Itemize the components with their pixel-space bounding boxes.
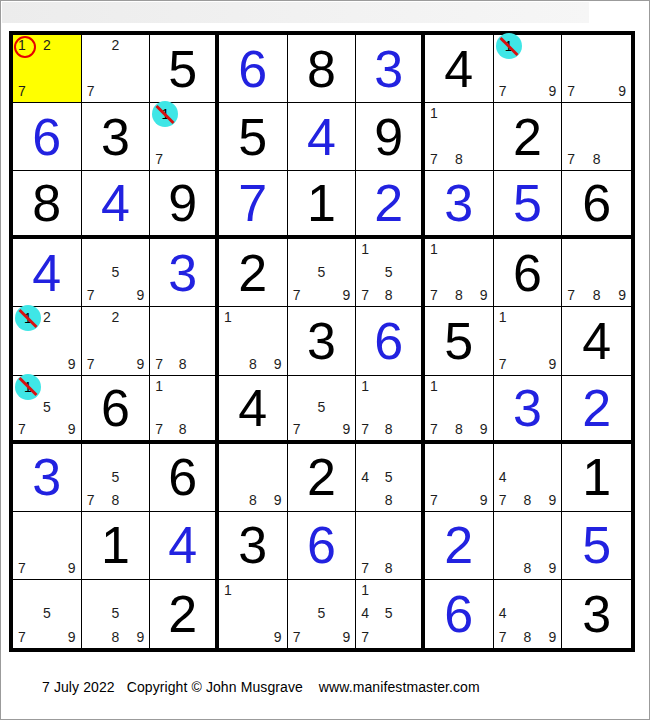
entered-digit: 7: [219, 171, 287, 235]
pencil-mark-1: 1: [224, 583, 232, 597]
entered-digit: 5: [494, 171, 562, 235]
cell-r7c5[interactable]: 2: [288, 444, 357, 512]
cell-r2c4[interactable]: 5: [219, 103, 288, 171]
pencil-mark-7: 7: [293, 422, 301, 436]
pencil-mark-9: 9: [68, 357, 76, 371]
pencil-mark-5: 5: [385, 606, 393, 620]
top-gray-bar: [2, 2, 589, 23]
pencil-mark-5: 5: [43, 606, 51, 620]
cell-r8c1[interactable]: 79: [13, 512, 82, 580]
cell-r6c4[interactable]: 4: [219, 376, 288, 444]
given-digit: 5: [219, 103, 287, 170]
cell-r2c6[interactable]: 9: [356, 103, 425, 171]
pencil-mark-7: 7: [361, 288, 369, 302]
pencil-mark-7: 7: [361, 422, 369, 436]
pencil-mark-9: 9: [549, 630, 557, 644]
cell-r5c1[interactable]: 291: [13, 307, 82, 375]
cell-r3c1[interactable]: 8: [13, 171, 82, 239]
pencil-marks: 579: [82, 239, 150, 306]
cell-r3c9[interactable]: 6: [562, 171, 631, 239]
pencil-mark-2: 2: [43, 310, 51, 324]
pencil-mark-5: 5: [112, 606, 120, 620]
pencil-mark-5: 5: [318, 400, 326, 414]
cell-r2c5[interactable]: 4: [288, 103, 357, 171]
cell-r8c3[interactable]: 4: [150, 512, 219, 580]
cell-r9c7[interactable]: 6: [425, 580, 494, 648]
given-digit: 2: [288, 444, 356, 511]
pencil-mark-8: 8: [249, 357, 257, 371]
cell-r8c2[interactable]: 1: [82, 512, 151, 580]
pencil-mark-1: 1: [224, 310, 232, 324]
pencil-marks: 1789: [425, 376, 493, 440]
pencil-marks: 579: [13, 580, 81, 648]
pencil-marks: 79: [425, 444, 493, 511]
pencil-mark-9: 9: [274, 493, 282, 507]
cell-r8c8[interactable]: 89: [494, 512, 563, 580]
cell-r8c4[interactable]: 3: [219, 512, 288, 580]
pencil-marks: 279: [82, 307, 150, 374]
cell-r3c6[interactable]: 2: [356, 171, 425, 239]
pencil-mark-9: 9: [137, 288, 145, 302]
entered-digit: 3: [494, 376, 562, 440]
pencil-mark-5: 5: [112, 265, 120, 279]
cell-r2c3[interactable]: 71: [150, 103, 219, 171]
given-digit: 5: [425, 307, 493, 374]
cell-r1c4[interactable]: 6: [219, 35, 288, 103]
pencil-mark-7: 7: [18, 84, 26, 98]
given-digit: 3: [288, 307, 356, 374]
pencil-marks: 79: [562, 35, 631, 102]
cell-r6c5[interactable]: 579: [288, 376, 357, 444]
pencil-mark-5: 5: [385, 265, 393, 279]
entered-digit: 6: [219, 35, 287, 102]
given-digit: 5: [150, 35, 215, 102]
pencil-marks: 178: [425, 103, 493, 170]
cell-r8c7[interactable]: 2: [425, 512, 494, 580]
pencil-marks: 19: [219, 580, 287, 648]
cell-r6c7[interactable]: 1789: [425, 376, 494, 444]
given-digit: 9: [356, 103, 421, 170]
pencil-marks: 178: [150, 376, 215, 440]
cell-r2c1[interactable]: 6: [13, 103, 82, 171]
cell-r7c4[interactable]: 89: [219, 444, 288, 512]
given-digit: 3: [82, 103, 150, 170]
pencil-mark-8: 8: [593, 152, 601, 166]
pencil-marks: 579: [288, 239, 356, 306]
cell-r7c9[interactable]: 1: [562, 444, 631, 512]
cell-r4c8[interactable]: 6: [494, 239, 563, 307]
pencil-marks: 78: [562, 103, 631, 170]
pencil-marks: 789: [562, 239, 631, 306]
cell-r7c8[interactable]: 4789: [494, 444, 563, 512]
pencil-mark-8: 8: [524, 561, 532, 575]
pencil-marks: 89: [219, 444, 287, 511]
cell-r6c2[interactable]: 6: [82, 376, 151, 444]
given-digit: 1: [288, 171, 356, 235]
cell-r5c4[interactable]: 189: [219, 307, 288, 375]
pencil-mark-8: 8: [385, 288, 393, 302]
entered-digit: 6: [425, 580, 493, 648]
given-digit: 6: [82, 376, 150, 440]
pencil-mark-9: 9: [343, 288, 351, 302]
pencil-mark-1: 1: [430, 242, 438, 256]
pencil-mark-7: 7: [87, 84, 95, 98]
pencil-mark-8: 8: [112, 630, 120, 644]
cell-r4c7[interactable]: 1789: [425, 239, 494, 307]
cell-r1c7[interactable]: 4: [425, 35, 494, 103]
entered-digit: 6: [13, 103, 81, 170]
pencil-mark-9: 9: [480, 288, 488, 302]
pencil-mark-9: 9: [274, 357, 282, 371]
pencil-mark-9: 9: [618, 288, 626, 302]
cell-r3c2[interactable]: 4: [82, 171, 151, 239]
given-digit: 1: [562, 444, 631, 511]
pencil-mark-8: 8: [179, 422, 187, 436]
pencil-mark-7: 7: [18, 561, 26, 575]
pencil-mark-8: 8: [385, 561, 393, 575]
pencil-marks: 1578: [356, 239, 421, 306]
pencil-marks: 4789: [494, 444, 562, 511]
cell-r3c8[interactable]: 5: [494, 171, 563, 239]
pencil-mark-1: 1: [18, 38, 26, 52]
pencil-mark-7: 7: [567, 152, 575, 166]
pencil-mark-8: 8: [455, 422, 463, 436]
pencil-marks: 27: [82, 35, 150, 102]
pencil-mark-9: 9: [549, 493, 557, 507]
cell-r5c7[interactable]: 5: [425, 307, 494, 375]
cell-r5c6[interactable]: 6: [356, 307, 425, 375]
pencil-mark-9: 9: [68, 630, 76, 644]
pencil-mark-9: 9: [480, 493, 488, 507]
pencil-mark-8: 8: [593, 288, 601, 302]
pencil-marks: 1457: [356, 580, 421, 648]
pencil-mark-4: 4: [499, 470, 507, 484]
entered-digit: 3: [13, 444, 81, 511]
cell-r5c2[interactable]: 279: [82, 307, 151, 375]
given-digit: 8: [13, 171, 81, 235]
pencil-mark-1: 1: [499, 310, 507, 324]
cell-r3c4[interactable]: 7: [219, 171, 288, 239]
pencil-marks: 1789: [425, 239, 493, 306]
cell-r9c8[interactable]: 4789: [494, 580, 563, 648]
pencil-mark-1: 1: [361, 379, 369, 393]
cell-r9c3[interactable]: 2: [150, 580, 219, 648]
cell-r8c5[interactable]: 6: [288, 512, 357, 580]
cell-r6c9[interactable]: 2: [562, 376, 631, 444]
pencil-mark-8: 8: [385, 422, 393, 436]
entered-digit: 3: [425, 171, 493, 235]
cell-r1c9[interactable]: 79: [562, 35, 631, 103]
pencil-mark-5: 5: [43, 400, 51, 414]
pencil-marks: 579: [288, 580, 356, 648]
given-digit: 6: [562, 171, 631, 235]
cell-r9c2[interactable]: 589: [82, 580, 151, 648]
cell-r5c5[interactable]: 3: [288, 307, 357, 375]
entered-digit: 2: [425, 512, 493, 579]
pencil-mark-8: 8: [524, 493, 532, 507]
pencil-mark-8: 8: [385, 493, 393, 507]
pencil-mark-4: 4: [499, 606, 507, 620]
pencil-marks: 189: [219, 307, 287, 374]
cell-r5c8[interactable]: 179: [494, 307, 563, 375]
entered-digit: 3: [356, 35, 421, 102]
pencil-mark-9: 9: [137, 357, 145, 371]
pencil-mark-9: 9: [549, 357, 557, 371]
pencil-mark-7: 7: [499, 84, 507, 98]
pencil-mark-9: 9: [274, 630, 282, 644]
entered-digit: 4: [13, 239, 81, 306]
pencil-marks: 79: [494, 35, 562, 102]
cell-r6c6[interactable]: 178: [356, 376, 425, 444]
pencil-mark-7: 7: [430, 288, 438, 302]
given-digit: 3: [219, 512, 287, 579]
entered-digit: 3: [150, 239, 215, 306]
pencil-mark-7: 7: [87, 288, 95, 302]
given-digit: 4: [425, 35, 493, 102]
pencil-marks: 29: [13, 307, 81, 374]
pencil-mark-7: 7: [18, 630, 26, 644]
pencil-mark-7: 7: [155, 422, 163, 436]
given-digit: 3: [562, 580, 631, 648]
sudoku-board: 1272756834791796371549178278849712356457…: [9, 31, 635, 652]
entered-digit: 4: [288, 103, 356, 170]
cell-r3c7[interactable]: 3: [425, 171, 494, 239]
pencil-mark-5: 5: [318, 265, 326, 279]
entered-digit: 2: [562, 376, 631, 440]
pencil-mark-7: 7: [499, 630, 507, 644]
cell-r5c9[interactable]: 4: [562, 307, 631, 375]
cell-r4c4[interactable]: 2: [219, 239, 288, 307]
pencil-mark-8: 8: [524, 630, 532, 644]
entered-digit: 2: [356, 171, 421, 235]
pencil-marks: 89: [494, 512, 562, 579]
cell-r3c5[interactable]: 1: [288, 171, 357, 239]
footer-text: 7 July 2022 Copyright © John Musgrave ww…: [42, 679, 480, 695]
pencil-mark-7: 7: [87, 357, 95, 371]
page: 1272756834791796371549178278849712356457…: [0, 0, 650, 720]
pencil-mark-7: 7: [567, 84, 575, 98]
entered-digit: 5: [562, 512, 631, 579]
cell-r2c2[interactable]: 3: [82, 103, 151, 171]
cell-r5c3[interactable]: 78: [150, 307, 219, 375]
pencil-marks: 7: [150, 103, 215, 170]
pencil-mark-8: 8: [455, 152, 463, 166]
pencil-mark-8: 8: [112, 493, 120, 507]
cell-r3c3[interactable]: 9: [150, 171, 219, 239]
pencil-mark-7: 7: [155, 357, 163, 371]
entered-digit: 4: [150, 512, 215, 579]
pencil-mark-9: 9: [549, 561, 557, 575]
pencil-mark-7: 7: [18, 422, 26, 436]
cell-r8c9[interactable]: 5: [562, 512, 631, 580]
pencil-mark-9: 9: [343, 422, 351, 436]
pencil-mark-9: 9: [137, 630, 145, 644]
pencil-marks: 78: [150, 307, 215, 374]
pencil-mark-2: 2: [43, 38, 51, 52]
given-digit: 8: [288, 35, 356, 102]
cell-r4c3[interactable]: 3: [150, 239, 219, 307]
pencil-mark-7: 7: [430, 493, 438, 507]
pencil-marks: 458: [356, 444, 421, 511]
cell-r1c6[interactable]: 3: [356, 35, 425, 103]
cell-r2c8[interactable]: 2: [494, 103, 563, 171]
given-digit: 6: [494, 239, 562, 306]
cell-r7c1[interactable]: 3: [13, 444, 82, 512]
cell-r4c6[interactable]: 1578: [356, 239, 425, 307]
cell-r9c1[interactable]: 579: [13, 580, 82, 648]
pencil-marks: 578: [82, 444, 150, 511]
pencil-mark-9: 9: [549, 84, 557, 98]
pencil-mark-7: 7: [430, 422, 438, 436]
pencil-mark-9: 9: [68, 422, 76, 436]
pencil-mark-1: 1: [430, 379, 438, 393]
given-digit: 9: [150, 171, 215, 235]
cell-r9c6[interactable]: 1457: [356, 580, 425, 648]
pencil-mark-7: 7: [361, 561, 369, 575]
pencil-marks: 4789: [494, 580, 562, 648]
entered-digit: 6: [288, 512, 356, 579]
entered-digit: 4: [82, 171, 150, 235]
cell-r9c9[interactable]: 3: [562, 580, 631, 648]
pencil-mark-7: 7: [87, 493, 95, 507]
cell-r9c4[interactable]: 19: [219, 580, 288, 648]
pencil-marks: 178: [356, 376, 421, 440]
pencil-mark-8: 8: [249, 493, 257, 507]
cell-r7c3[interactable]: 6: [150, 444, 219, 512]
pencil-mark-5: 5: [318, 606, 326, 620]
cell-r1c8[interactable]: 791: [494, 35, 563, 103]
cell-r4c5[interactable]: 579: [288, 239, 357, 307]
pencil-mark-1: 1: [361, 583, 369, 597]
cell-r2c9[interactable]: 78: [562, 103, 631, 171]
cell-r4c9[interactable]: 789: [562, 239, 631, 307]
pencil-mark-5: 5: [385, 470, 393, 484]
cell-r7c7[interactable]: 79: [425, 444, 494, 512]
cell-r4c2[interactable]: 579: [82, 239, 151, 307]
pencil-mark-2: 2: [112, 38, 120, 52]
given-digit: 4: [562, 307, 631, 374]
pencil-marks: 179: [494, 307, 562, 374]
cell-r8c6[interactable]: 78: [356, 512, 425, 580]
cell-r1c1[interactable]: 127: [13, 35, 82, 103]
pencil-marks: 579: [288, 376, 356, 440]
pencil-mark-9: 9: [480, 422, 488, 436]
pencil-mark-7: 7: [293, 630, 301, 644]
pencil-marks: 78: [356, 512, 421, 579]
entered-digit: 6: [356, 307, 421, 374]
pencil-mark-9: 9: [618, 84, 626, 98]
cell-r6c3[interactable]: 178: [150, 376, 219, 444]
pencil-mark-1: 1: [361, 242, 369, 256]
given-digit: 1: [82, 512, 150, 579]
pencil-mark-8: 8: [455, 288, 463, 302]
pencil-mark-7: 7: [155, 152, 163, 166]
pencil-mark-5: 5: [112, 470, 120, 484]
pencil-mark-8: 8: [179, 357, 187, 371]
pencil-mark-2: 2: [112, 310, 120, 324]
cell-r1c2[interactable]: 27: [82, 35, 151, 103]
pencil-mark-4: 4: [361, 470, 369, 484]
pencil-mark-7: 7: [361, 630, 369, 644]
pencil-mark-4: 4: [361, 606, 369, 620]
given-digit: 4: [219, 376, 287, 440]
pencil-mark-1: 1: [155, 379, 163, 393]
pencil-mark-9: 9: [343, 630, 351, 644]
pencil-mark-1: 1: [430, 106, 438, 120]
pencil-mark-7: 7: [293, 288, 301, 302]
cell-r7c2[interactable]: 578: [82, 444, 151, 512]
pencil-marks: 127: [13, 35, 81, 102]
cell-r6c8[interactable]: 3: [494, 376, 563, 444]
given-digit: 6: [150, 444, 215, 511]
pencil-mark-9: 9: [68, 561, 76, 575]
pencil-mark-7: 7: [499, 357, 507, 371]
given-digit: 2: [219, 239, 287, 306]
cell-r9c5[interactable]: 579: [288, 580, 357, 648]
pencil-marks: 589: [82, 580, 150, 648]
cell-r1c3[interactable]: 5: [150, 35, 219, 103]
given-digit: 2: [494, 103, 562, 170]
cell-r7c6[interactable]: 458: [356, 444, 425, 512]
pencil-marks: 79: [13, 512, 81, 579]
cell-r1c5[interactable]: 8: [288, 35, 357, 103]
pencil-mark-7: 7: [430, 152, 438, 166]
cell-r2c7[interactable]: 178: [425, 103, 494, 171]
cell-r6c1[interactable]: 5791: [13, 376, 82, 444]
cell-r4c1[interactable]: 4: [13, 239, 82, 307]
pencil-mark-7: 7: [567, 288, 575, 302]
pencil-mark-7: 7: [499, 493, 507, 507]
given-digit: 2: [150, 580, 215, 648]
pencil-marks: 579: [13, 376, 81, 440]
